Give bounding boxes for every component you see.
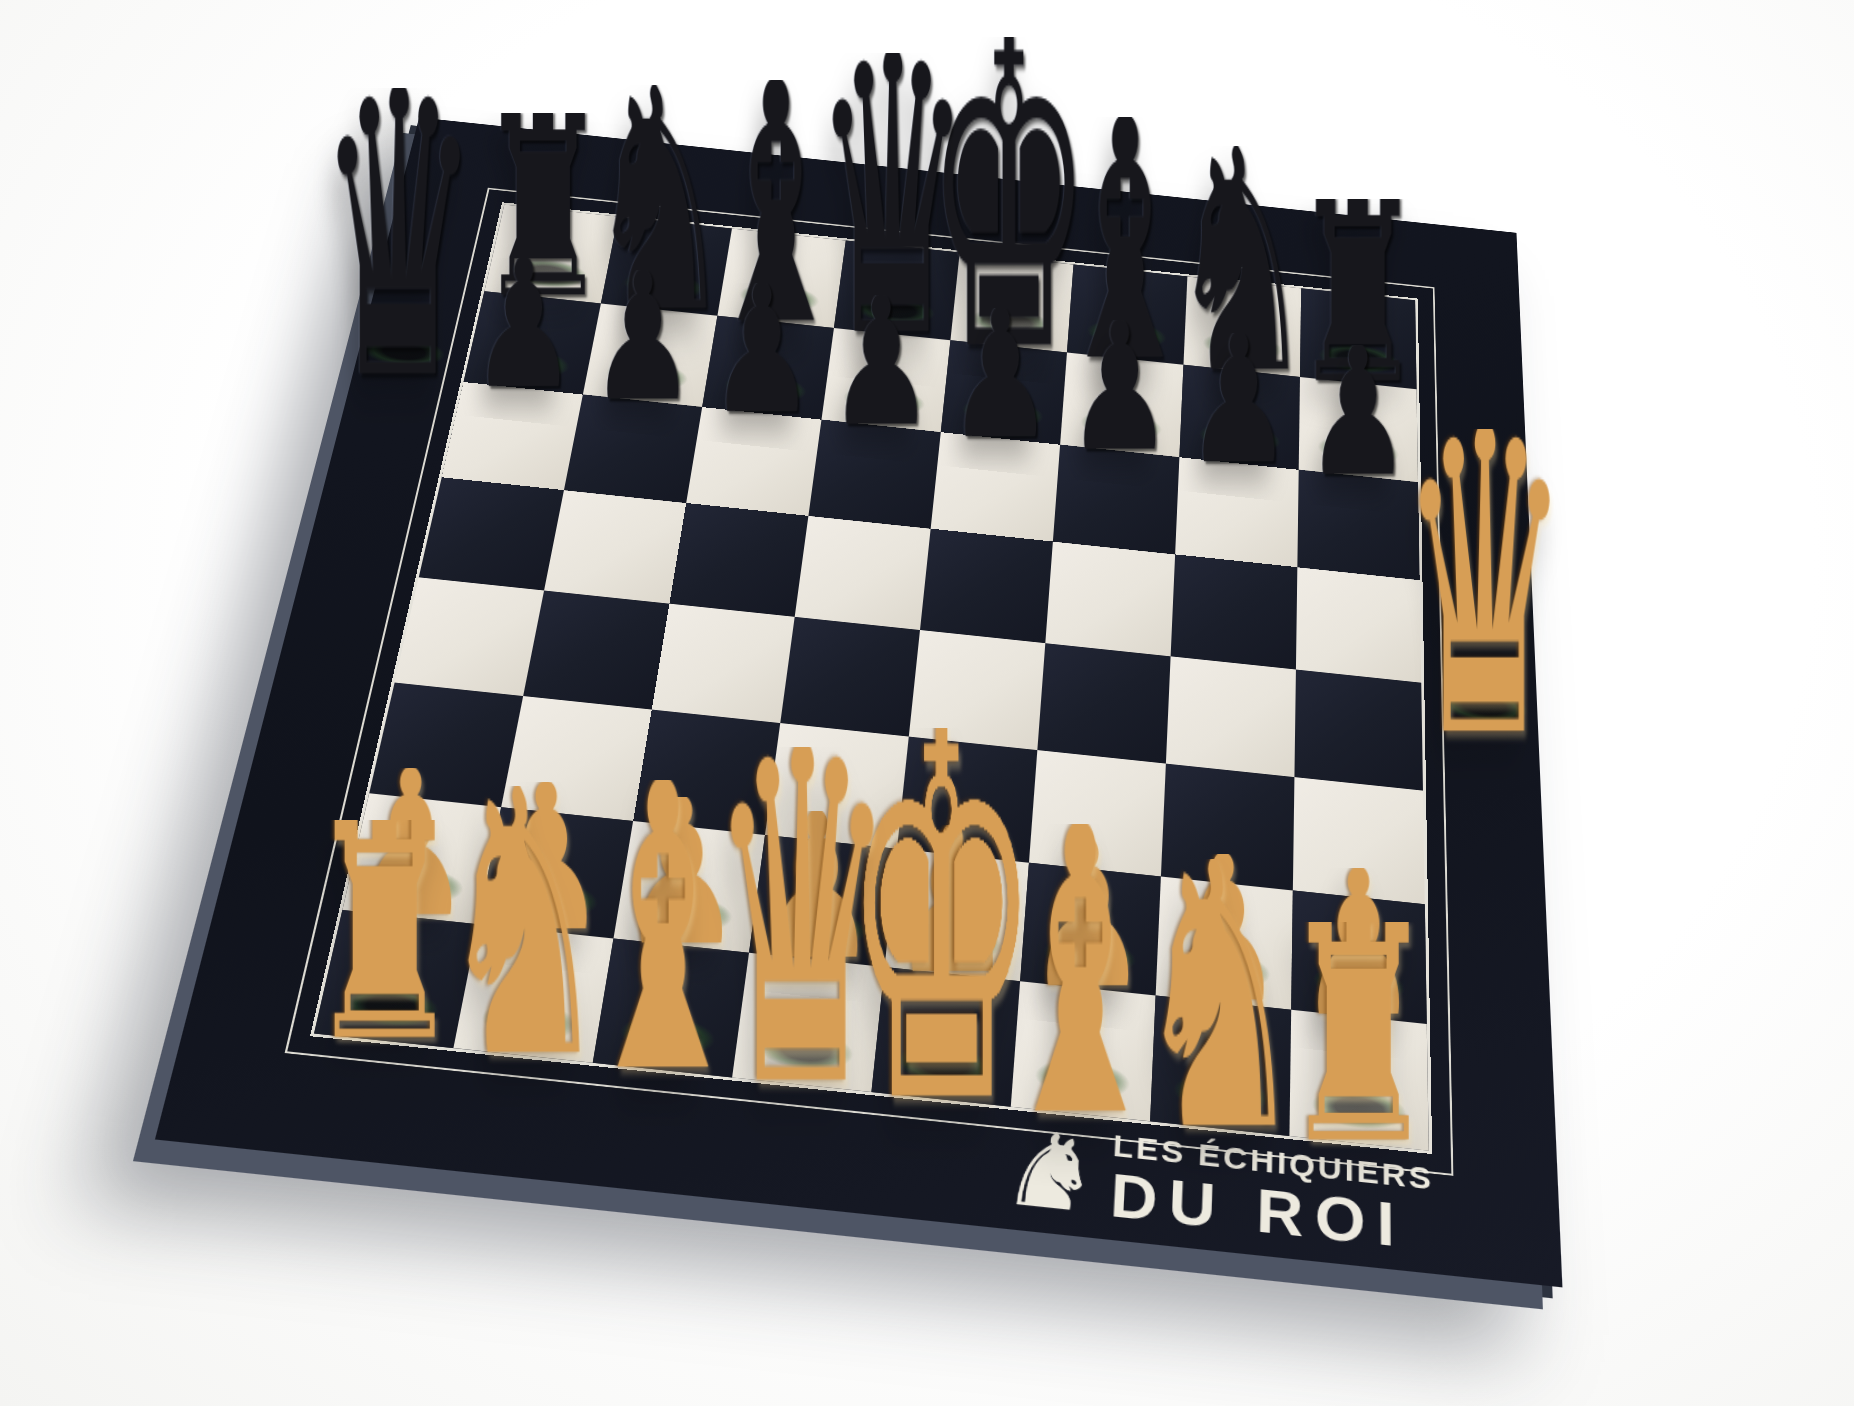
- square-g4: [1166, 656, 1296, 777]
- square-a1: ♜: [314, 910, 478, 1048]
- square-h1: ♜: [1289, 1010, 1428, 1151]
- square-d6: [808, 420, 940, 529]
- square-c1: ♝: [593, 939, 749, 1078]
- knight-rider-icon: ♞: [998, 1123, 1102, 1221]
- photo-scene: ♜♞♝♛♚♝♞♜♟♟♟♟♟♟♟♟♟♟♟♟♟♟♟♟♜♞♝♛♚♝♞♜ ♞ LES É…: [0, 0, 1854, 1406]
- border-tray-right-border: ♛: [1420, 623, 1548, 741]
- square-b6: [564, 395, 702, 503]
- brand-logo-text: LES ÉCHIQUIERS DU ROI: [1109, 1128, 1435, 1257]
- square-b4: [523, 590, 669, 709]
- square-g6: [1175, 457, 1299, 567]
- square-c5: [669, 503, 808, 617]
- square-d5: [795, 516, 931, 630]
- square-a6: [442, 382, 583, 490]
- board: ♜♞♝♛♚♝♞♜♟♟♟♟♟♟♟♟♟♟♟♟♟♟♟♟♜♞♝♛♚♝♞♜ ♞ LES É…: [155, 117, 1562, 1287]
- white-rook-a1[interactable]: ♜: [161, 820, 609, 1047]
- square-e6: [931, 432, 1060, 541]
- square-f6: [1053, 445, 1180, 555]
- square-a5: [419, 477, 564, 590]
- square-a4: [395, 577, 544, 696]
- square-b5: [544, 490, 686, 604]
- square-c6: [686, 407, 821, 516]
- square-f5: [1045, 542, 1175, 657]
- extra-black-queen[interactable]: ♛: [207, 88, 590, 386]
- white-rook-h1[interactable]: ♜: [1135, 922, 1583, 1149]
- square-g5: [1171, 554, 1298, 669]
- border-tray-left-border: ♛: [338, 280, 478, 383]
- extra-white-queen[interactable]: ♛: [1282, 428, 1689, 744]
